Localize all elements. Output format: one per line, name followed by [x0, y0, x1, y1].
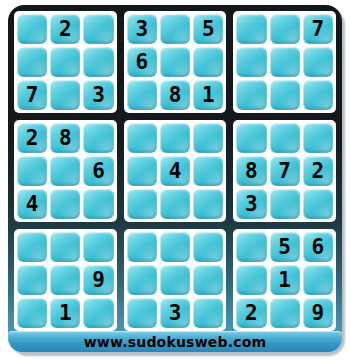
sudoku-cell-r3c5[interactable]: 8 [160, 80, 190, 110]
sudoku-cell-r9c6[interactable] [193, 298, 223, 328]
sudoku-box-9: 56129 [233, 229, 336, 331]
sudoku-cell-r2c8[interactable] [270, 47, 300, 77]
sudoku-cell-r9c8[interactable] [270, 298, 300, 328]
sudoku-box-6: 8723 [233, 120, 336, 222]
sudoku-cell-r8c3[interactable]: 9 [83, 265, 113, 295]
sudoku-cell-r6c3[interactable] [83, 189, 113, 219]
sudoku-box-1: 273 [14, 11, 117, 113]
sudoku-cell-r2c9[interactable] [303, 47, 333, 77]
sudoku-box-3: 7 [233, 11, 336, 113]
sudoku-cell-r7c7[interactable] [236, 232, 266, 262]
sudoku-cell-r1c4[interactable]: 3 [127, 14, 157, 44]
sudoku-cell-r4c8[interactable] [270, 123, 300, 153]
sudoku-cell-r8c5[interactable] [160, 265, 190, 295]
sudoku-cell-r4c4[interactable] [127, 123, 157, 153]
sudoku-cell-r8c4[interactable] [127, 265, 157, 295]
sudoku-cell-r2c5[interactable] [160, 47, 190, 77]
sudoku-cell-r3c9[interactable] [303, 80, 333, 110]
sudoku-cell-r1c9[interactable]: 7 [303, 14, 333, 44]
sudoku-cell-r5c6[interactable] [193, 156, 223, 186]
sudoku-cell-r6c8[interactable] [270, 189, 300, 219]
sudoku-cell-r7c2[interactable] [50, 232, 80, 262]
footer-band: www.sudokusweb.com [8, 331, 342, 352]
sudoku-cell-r7c5[interactable] [160, 232, 190, 262]
sudoku-cell-r9c1[interactable] [17, 298, 47, 328]
sudoku-cell-r9c9[interactable]: 9 [303, 298, 333, 328]
sudoku-cell-r1c8[interactable] [270, 14, 300, 44]
sudoku-cell-r3c6[interactable]: 1 [193, 80, 223, 110]
sudoku-cell-r3c7[interactable] [236, 80, 266, 110]
sudoku-cell-r3c2[interactable] [50, 80, 80, 110]
sudoku-cell-r5c3[interactable]: 6 [83, 156, 113, 186]
sudoku-cell-r6c5[interactable] [160, 189, 190, 219]
sudoku-cell-r7c1[interactable] [17, 232, 47, 262]
sudoku-cell-r3c8[interactable] [270, 80, 300, 110]
sudoku-box-8: 3 [124, 229, 227, 331]
sudoku-box-4: 2864 [14, 120, 117, 222]
sudoku-cell-r4c9[interactable] [303, 123, 333, 153]
sudoku-cell-r7c6[interactable] [193, 232, 223, 262]
sudoku-cell-r5c9[interactable]: 2 [303, 156, 333, 186]
sudoku-cell-r1c1[interactable] [17, 14, 47, 44]
sudoku-cell-r1c5[interactable] [160, 14, 190, 44]
sudoku-cell-r3c1[interactable]: 7 [17, 80, 47, 110]
sudoku-cell-r6c7[interactable]: 3 [236, 189, 266, 219]
sudoku-cell-r8c7[interactable] [236, 265, 266, 295]
sudoku-cell-r5c7[interactable]: 8 [236, 156, 266, 186]
sudoku-cell-r6c4[interactable] [127, 189, 157, 219]
sudoku-cell-r6c1[interactable]: 4 [17, 189, 47, 219]
sudoku-cell-r3c3[interactable]: 3 [83, 80, 113, 110]
sudoku-cell-r8c9[interactable] [303, 265, 333, 295]
sudoku-cell-r1c2[interactable]: 2 [50, 14, 80, 44]
sudoku-cell-r9c2[interactable]: 1 [50, 298, 80, 328]
sudoku-cell-r8c8[interactable]: 1 [270, 265, 300, 295]
sudoku-grid: 27335681728644872391356129 [14, 11, 336, 331]
site-url-link[interactable]: www.sudokusweb.com [84, 334, 267, 350]
sudoku-cell-r5c5[interactable]: 4 [160, 156, 190, 186]
sudoku-cell-r6c6[interactable] [193, 189, 223, 219]
sudoku-cell-r5c1[interactable] [17, 156, 47, 186]
sudoku-cell-r9c4[interactable] [127, 298, 157, 328]
sudoku-cell-r9c7[interactable]: 2 [236, 298, 266, 328]
sudoku-cell-r8c6[interactable] [193, 265, 223, 295]
sudoku-cell-r4c5[interactable] [160, 123, 190, 153]
sudoku-cell-r9c5[interactable]: 3 [160, 298, 190, 328]
sudoku-cell-r2c4[interactable]: 6 [127, 47, 157, 77]
sudoku-cell-r5c2[interactable] [50, 156, 80, 186]
sudoku-board-frame: 27335681728644872391356129 www.sudokuswe… [8, 5, 342, 352]
sudoku-cell-r4c7[interactable] [236, 123, 266, 153]
sudoku-cell-r6c2[interactable] [50, 189, 80, 219]
sudoku-cell-r4c6[interactable] [193, 123, 223, 153]
sudoku-cell-r7c3[interactable] [83, 232, 113, 262]
sudoku-cell-r1c3[interactable] [83, 14, 113, 44]
sudoku-cell-r9c3[interactable] [83, 298, 113, 328]
sudoku-cell-r6c9[interactable] [303, 189, 333, 219]
sudoku-cell-r4c1[interactable]: 2 [17, 123, 47, 153]
sudoku-cell-r7c8[interactable]: 5 [270, 232, 300, 262]
sudoku-cell-r2c6[interactable] [193, 47, 223, 77]
sudoku-cell-r2c7[interactable] [236, 47, 266, 77]
sudoku-cell-r4c2[interactable]: 8 [50, 123, 80, 153]
sudoku-cell-r7c4[interactable] [127, 232, 157, 262]
sudoku-cell-r7c9[interactable]: 6 [303, 232, 333, 262]
sudoku-box-2: 35681 [124, 11, 227, 113]
sudoku-cell-r2c3[interactable] [83, 47, 113, 77]
sudoku-cell-r4c3[interactable] [83, 123, 113, 153]
sudoku-cell-r8c1[interactable] [17, 265, 47, 295]
sudoku-box-7: 91 [14, 229, 117, 331]
sudoku-box-5: 4 [124, 120, 227, 222]
sudoku-cell-r2c1[interactable] [17, 47, 47, 77]
sudoku-cell-r1c7[interactable] [236, 14, 266, 44]
sudoku-cell-r3c4[interactable] [127, 80, 157, 110]
sudoku-cell-r8c2[interactable] [50, 265, 80, 295]
sudoku-cell-r1c6[interactable]: 5 [193, 14, 223, 44]
sudoku-cell-r5c8[interactable]: 7 [270, 156, 300, 186]
sudoku-cell-r5c4[interactable] [127, 156, 157, 186]
sudoku-cell-r2c2[interactable] [50, 47, 80, 77]
page: 27335681728644872391356129 www.sudokuswe… [0, 0, 350, 360]
